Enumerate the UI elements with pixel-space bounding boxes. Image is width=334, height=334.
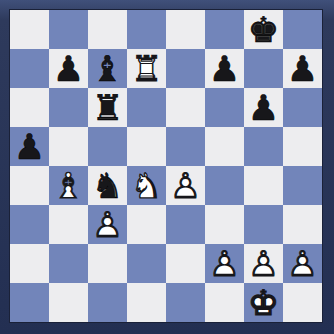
piece-white-K-g1[interactable]: ♚♔ bbox=[244, 283, 283, 322]
square-a7[interactable] bbox=[10, 49, 49, 88]
square-c4[interactable]: ♞♞ bbox=[88, 166, 127, 205]
square-c5[interactable] bbox=[88, 127, 127, 166]
square-h4[interactable] bbox=[283, 166, 322, 205]
square-h2[interactable]: ♟♙ bbox=[283, 244, 322, 283]
piece-glyph-outline: ♔ bbox=[244, 283, 283, 322]
square-e1[interactable] bbox=[166, 283, 205, 322]
square-b5[interactable] bbox=[49, 127, 88, 166]
square-f4[interactable] bbox=[205, 166, 244, 205]
piece-black-K-g8[interactable]: ♚♚ bbox=[244, 10, 283, 49]
square-c2[interactable] bbox=[88, 244, 127, 283]
square-g4[interactable] bbox=[244, 166, 283, 205]
piece-glyph-fill: ♚ bbox=[244, 10, 283, 49]
square-a4[interactable] bbox=[10, 166, 49, 205]
square-g5[interactable] bbox=[244, 127, 283, 166]
square-d3[interactable] bbox=[127, 205, 166, 244]
piece-white-P-f2[interactable]: ♟♙ bbox=[205, 244, 244, 283]
piece-black-P-b7[interactable]: ♟♟ bbox=[49, 49, 88, 88]
chess-board: ♚♚♟♟♝♝♜♖♟♟♟♟♜♜♟♟♟♟♝♗♞♞♞♘♟♙♟♙♟♙♟♙♟♙♚♔ bbox=[10, 10, 322, 322]
square-d1[interactable] bbox=[127, 283, 166, 322]
square-e8[interactable] bbox=[166, 10, 205, 49]
square-a5[interactable]: ♟♟ bbox=[10, 127, 49, 166]
piece-white-B-b4[interactable]: ♝♗ bbox=[49, 166, 88, 205]
square-h1[interactable] bbox=[283, 283, 322, 322]
piece-glyph-fill: ♜ bbox=[88, 88, 127, 127]
piece-glyph-outline: ♘ bbox=[127, 166, 166, 205]
square-g2[interactable]: ♟♙ bbox=[244, 244, 283, 283]
piece-glyph-outline: ♙ bbox=[205, 244, 244, 283]
piece-white-P-e4[interactable]: ♟♙ bbox=[166, 166, 205, 205]
square-a2[interactable] bbox=[10, 244, 49, 283]
square-c3[interactable]: ♟♙ bbox=[88, 205, 127, 244]
piece-black-P-a5[interactable]: ♟♟ bbox=[10, 127, 49, 166]
square-b4[interactable]: ♝♗ bbox=[49, 166, 88, 205]
board-frame: ♚♚♟♟♝♝♜♖♟♟♟♟♜♜♟♟♟♟♝♗♞♞♞♘♟♙♟♙♟♙♟♙♟♙♚♔ bbox=[0, 0, 334, 334]
square-b7[interactable]: ♟♟ bbox=[49, 49, 88, 88]
piece-black-P-g6[interactable]: ♟♟ bbox=[244, 88, 283, 127]
square-d5[interactable] bbox=[127, 127, 166, 166]
square-d7[interactable]: ♜♖ bbox=[127, 49, 166, 88]
square-c6[interactable]: ♜♜ bbox=[88, 88, 127, 127]
piece-glyph-fill: ♟ bbox=[205, 49, 244, 88]
piece-glyph-fill: ♟ bbox=[283, 49, 322, 88]
piece-white-R-d7[interactable]: ♜♖ bbox=[127, 49, 166, 88]
square-e7[interactable] bbox=[166, 49, 205, 88]
square-g1[interactable]: ♚♔ bbox=[244, 283, 283, 322]
square-b8[interactable] bbox=[49, 10, 88, 49]
square-f5[interactable] bbox=[205, 127, 244, 166]
square-b3[interactable] bbox=[49, 205, 88, 244]
piece-black-P-f7[interactable]: ♟♟ bbox=[205, 49, 244, 88]
square-a6[interactable] bbox=[10, 88, 49, 127]
piece-white-P-c3[interactable]: ♟♙ bbox=[88, 205, 127, 244]
square-c8[interactable] bbox=[88, 10, 127, 49]
piece-white-P-g2[interactable]: ♟♙ bbox=[244, 244, 283, 283]
piece-black-P-h7[interactable]: ♟♟ bbox=[283, 49, 322, 88]
piece-glyph-outline: ♖ bbox=[127, 49, 166, 88]
square-f2[interactable]: ♟♙ bbox=[205, 244, 244, 283]
piece-glyph-fill: ♟ bbox=[49, 49, 88, 88]
square-f6[interactable] bbox=[205, 88, 244, 127]
square-e2[interactable] bbox=[166, 244, 205, 283]
square-f1[interactable] bbox=[205, 283, 244, 322]
square-c7[interactable]: ♝♝ bbox=[88, 49, 127, 88]
piece-glyph-fill: ♟ bbox=[244, 88, 283, 127]
square-d6[interactable] bbox=[127, 88, 166, 127]
square-h8[interactable] bbox=[283, 10, 322, 49]
square-d2[interactable] bbox=[127, 244, 166, 283]
square-g3[interactable] bbox=[244, 205, 283, 244]
square-c1[interactable] bbox=[88, 283, 127, 322]
square-e4[interactable]: ♟♙ bbox=[166, 166, 205, 205]
square-d8[interactable] bbox=[127, 10, 166, 49]
square-h6[interactable] bbox=[283, 88, 322, 127]
piece-black-B-c7[interactable]: ♝♝ bbox=[88, 49, 127, 88]
square-e3[interactable] bbox=[166, 205, 205, 244]
piece-glyph-outline: ♙ bbox=[88, 205, 127, 244]
square-g6[interactable]: ♟♟ bbox=[244, 88, 283, 127]
piece-white-N-d4[interactable]: ♞♘ bbox=[127, 166, 166, 205]
piece-white-P-h2[interactable]: ♟♙ bbox=[283, 244, 322, 283]
square-b1[interactable] bbox=[49, 283, 88, 322]
square-f7[interactable]: ♟♟ bbox=[205, 49, 244, 88]
square-d4[interactable]: ♞♘ bbox=[127, 166, 166, 205]
piece-glyph-outline: ♙ bbox=[244, 244, 283, 283]
square-h7[interactable]: ♟♟ bbox=[283, 49, 322, 88]
square-g8[interactable]: ♚♚ bbox=[244, 10, 283, 49]
square-a1[interactable] bbox=[10, 283, 49, 322]
piece-glyph-outline: ♗ bbox=[49, 166, 88, 205]
piece-glyph-fill: ♞ bbox=[88, 166, 127, 205]
square-b2[interactable] bbox=[49, 244, 88, 283]
piece-glyph-outline: ♙ bbox=[283, 244, 322, 283]
piece-black-R-c6[interactable]: ♜♜ bbox=[88, 88, 127, 127]
square-h3[interactable] bbox=[283, 205, 322, 244]
square-f3[interactable] bbox=[205, 205, 244, 244]
square-g7[interactable] bbox=[244, 49, 283, 88]
piece-glyph-fill: ♝ bbox=[88, 49, 127, 88]
piece-glyph-fill: ♟ bbox=[10, 127, 49, 166]
square-f8[interactable] bbox=[205, 10, 244, 49]
square-h5[interactable] bbox=[283, 127, 322, 166]
square-a3[interactable] bbox=[10, 205, 49, 244]
piece-glyph-outline: ♙ bbox=[166, 166, 205, 205]
square-e6[interactable] bbox=[166, 88, 205, 127]
piece-black-N-c4[interactable]: ♞♞ bbox=[88, 166, 127, 205]
square-b6[interactable] bbox=[49, 88, 88, 127]
square-e5[interactable] bbox=[166, 127, 205, 166]
square-a8[interactable] bbox=[10, 10, 49, 49]
